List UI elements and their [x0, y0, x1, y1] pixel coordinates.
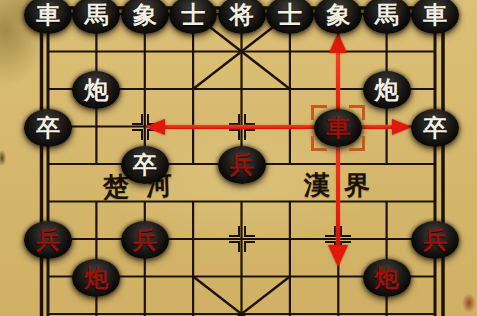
move-arrow-head-down	[328, 245, 348, 267]
piece-red-soldier-file5[interactable]: 兵	[218, 146, 266, 184]
piece-red-cannon-left[interactable]: 炮	[72, 259, 120, 297]
piece-glyph: 車	[423, 3, 447, 27]
piece-glyph: 車	[36, 3, 60, 27]
piece-glyph: 将	[230, 3, 254, 27]
piece-black-soldier-file3[interactable]: 卒	[121, 146, 169, 184]
xiangqi-board[interactable]: 楚河 漢界 車馬象士将士象馬車炮炮卒卒卒車兵兵兵兵炮炮	[0, 0, 477, 316]
piece-glyph: 炮	[375, 78, 399, 102]
move-arrow-head-up	[329, 33, 347, 53]
piece-black-soldier-file9[interactable]: 卒	[411, 109, 459, 147]
move-arrow-head-right	[392, 119, 412, 135]
piece-glyph: 卒	[423, 116, 447, 140]
piece-red-soldier-file1[interactable]: 兵	[24, 221, 72, 259]
piece-glyph: 炮	[84, 266, 108, 290]
piece-black-soldier-file1[interactable]: 卒	[24, 109, 72, 147]
piece-red-soldier-file9[interactable]: 兵	[411, 221, 459, 259]
piece-glyph: 炮	[84, 78, 108, 102]
piece-red-soldier-file3[interactable]: 兵	[121, 221, 169, 259]
piece-glyph: 炮	[375, 266, 399, 290]
piece-glyph: 士	[278, 3, 302, 27]
piece-glyph: 象	[326, 3, 350, 27]
piece-glyph: 卒	[133, 153, 157, 177]
piece-black-general[interactable]: 将	[218, 0, 266, 34]
piece-glyph: 兵	[423, 228, 447, 252]
piece-black-cannon-right[interactable]: 炮	[363, 71, 411, 109]
piece-glyph: 士	[181, 3, 205, 27]
river-label-han: 漢界	[304, 168, 384, 203]
piece-glyph: 兵	[36, 228, 60, 252]
piece-glyph: 馬	[84, 3, 108, 27]
piece-red-cannon-right[interactable]: 炮	[363, 259, 411, 297]
piece-glyph: 兵	[230, 153, 254, 177]
piece-glyph: 兵	[133, 228, 157, 252]
piece-glyph: 象	[133, 3, 157, 27]
piece-glyph: 卒	[36, 116, 60, 140]
point-marker	[229, 226, 255, 252]
selection-brackets	[311, 105, 365, 151]
piece-glyph: 馬	[375, 3, 399, 27]
move-arrow-head-left	[145, 119, 165, 135]
